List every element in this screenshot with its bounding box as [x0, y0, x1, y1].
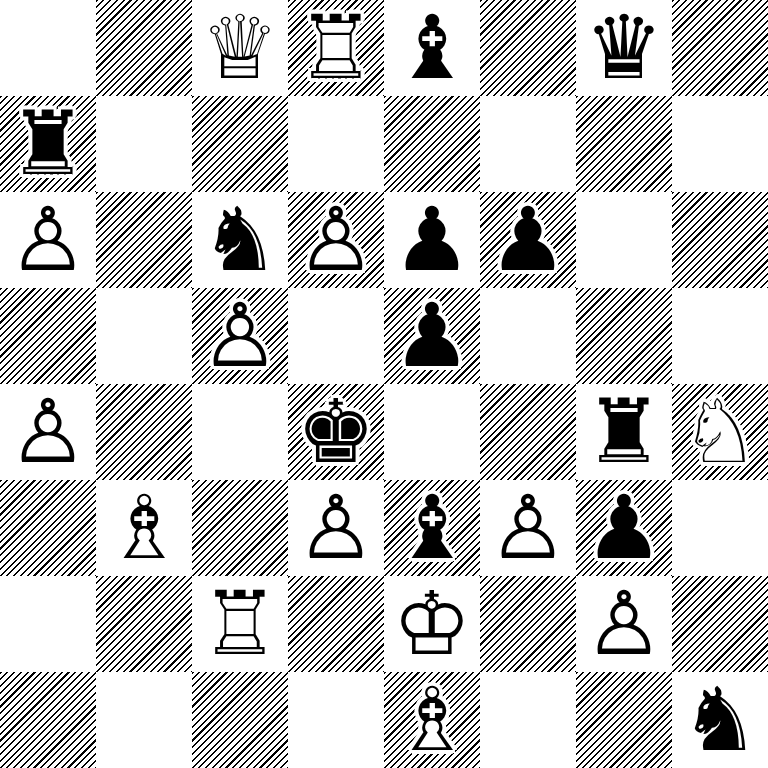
- piece-black-bishop[interactable]: ♝: [384, 480, 480, 576]
- square-c5[interactable]: ♟♙: [192, 288, 288, 384]
- piece-white-pawn[interactable]: ♙: [480, 480, 576, 576]
- square-f1[interactable]: [480, 672, 576, 768]
- square-b2[interactable]: [96, 576, 192, 672]
- square-h8[interactable]: [672, 0, 768, 96]
- square-b3[interactable]: ♝♗: [96, 480, 192, 576]
- square-a7[interactable]: ♜♜: [0, 96, 96, 192]
- square-e2[interactable]: ♚♔: [384, 576, 480, 672]
- piece-black-pawn[interactable]: ♟: [480, 192, 576, 288]
- square-d5[interactable]: [288, 288, 384, 384]
- square-a2[interactable]: [0, 576, 96, 672]
- square-c2[interactable]: ♜♖: [192, 576, 288, 672]
- piece-white-bishop[interactable]: ♗: [96, 480, 192, 576]
- square-e7[interactable]: [384, 96, 480, 192]
- square-d8[interactable]: ♜♖: [288, 0, 384, 96]
- square-h6[interactable]: [672, 192, 768, 288]
- square-b1[interactable]: [96, 672, 192, 768]
- square-d7[interactable]: [288, 96, 384, 192]
- piece-black-knight[interactable]: ♞: [192, 192, 288, 288]
- piece-white-pawn[interactable]: ♙: [0, 384, 96, 480]
- square-e6[interactable]: ♟♟: [384, 192, 480, 288]
- square-e3[interactable]: ♝♝: [384, 480, 480, 576]
- square-h1[interactable]: ♞♞: [672, 672, 768, 768]
- square-d1[interactable]: [288, 672, 384, 768]
- square-c6[interactable]: ♞♞: [192, 192, 288, 288]
- square-f5[interactable]: [480, 288, 576, 384]
- piece-white-pawn[interactable]: ♙: [576, 576, 672, 672]
- square-h5[interactable]: [672, 288, 768, 384]
- square-f8[interactable]: [480, 0, 576, 96]
- square-e8[interactable]: ♝♝: [384, 0, 480, 96]
- piece-white-pawn[interactable]: ♙: [0, 192, 96, 288]
- square-d4[interactable]: ♚♚: [288, 384, 384, 480]
- square-g3[interactable]: ♟♟: [576, 480, 672, 576]
- square-h2[interactable]: [672, 576, 768, 672]
- square-d6[interactable]: ♟♙: [288, 192, 384, 288]
- square-h4[interactable]: ♞♘: [672, 384, 768, 480]
- piece-white-queen[interactable]: ♕: [192, 0, 288, 96]
- piece-white-knight[interactable]: ♘: [672, 384, 768, 480]
- square-c3[interactable]: [192, 480, 288, 576]
- square-b4[interactable]: [96, 384, 192, 480]
- square-f7[interactable]: [480, 96, 576, 192]
- piece-black-queen[interactable]: ♛: [576, 0, 672, 96]
- square-b5[interactable]: [96, 288, 192, 384]
- piece-black-pawn[interactable]: ♟: [384, 288, 480, 384]
- piece-white-pawn[interactable]: ♙: [288, 192, 384, 288]
- square-a5[interactable]: [0, 288, 96, 384]
- piece-white-rook[interactable]: ♖: [288, 0, 384, 96]
- piece-black-rook[interactable]: ♜: [576, 384, 672, 480]
- square-b6[interactable]: [96, 192, 192, 288]
- piece-black-bishop[interactable]: ♝: [384, 0, 480, 96]
- piece-black-rook[interactable]: ♜: [0, 96, 96, 192]
- square-a8[interactable]: [0, 0, 96, 96]
- square-e4[interactable]: [384, 384, 480, 480]
- square-g5[interactable]: [576, 288, 672, 384]
- piece-black-pawn[interactable]: ♟: [576, 480, 672, 576]
- square-c7[interactable]: [192, 96, 288, 192]
- square-g8[interactable]: ♛♛: [576, 0, 672, 96]
- piece-white-bishop[interactable]: ♗: [384, 672, 480, 768]
- square-a6[interactable]: ♟♙: [0, 192, 96, 288]
- square-g4[interactable]: ♜♜: [576, 384, 672, 480]
- square-h3[interactable]: [672, 480, 768, 576]
- square-d2[interactable]: [288, 576, 384, 672]
- square-c1[interactable]: [192, 672, 288, 768]
- square-b8[interactable]: [96, 0, 192, 96]
- piece-white-pawn[interactable]: ♙: [288, 480, 384, 576]
- square-c4[interactable]: [192, 384, 288, 480]
- square-a3[interactable]: [0, 480, 96, 576]
- square-d3[interactable]: ♟♙: [288, 480, 384, 576]
- piece-black-knight[interactable]: ♞: [672, 672, 768, 768]
- square-e5[interactable]: ♟♟: [384, 288, 480, 384]
- square-f6[interactable]: ♟♟: [480, 192, 576, 288]
- square-f4[interactable]: [480, 384, 576, 480]
- piece-black-pawn[interactable]: ♟: [384, 192, 480, 288]
- square-b7[interactable]: [96, 96, 192, 192]
- square-a1[interactable]: [0, 672, 96, 768]
- piece-black-king[interactable]: ♚: [288, 384, 384, 480]
- square-g1[interactable]: [576, 672, 672, 768]
- square-a4[interactable]: ♟♙: [0, 384, 96, 480]
- piece-white-rook[interactable]: ♖: [192, 576, 288, 672]
- square-f3[interactable]: ♟♙: [480, 480, 576, 576]
- square-f2[interactable]: [480, 576, 576, 672]
- square-g6[interactable]: [576, 192, 672, 288]
- square-g2[interactable]: ♟♙: [576, 576, 672, 672]
- square-e1[interactable]: ♝♗: [384, 672, 480, 768]
- piece-white-pawn[interactable]: ♙: [192, 288, 288, 384]
- square-h7[interactable]: [672, 96, 768, 192]
- piece-white-king[interactable]: ♔: [384, 576, 480, 672]
- chess-board: ♛♕♜♖♝♝♛♛♜♜♟♙♞♞♟♙♟♟♟♟♟♙♟♟♟♙♚♚♜♜♞♘♝♗♟♙♝♝♟♙…: [0, 0, 768, 768]
- square-c8[interactable]: ♛♕: [192, 0, 288, 96]
- square-g7[interactable]: [576, 96, 672, 192]
